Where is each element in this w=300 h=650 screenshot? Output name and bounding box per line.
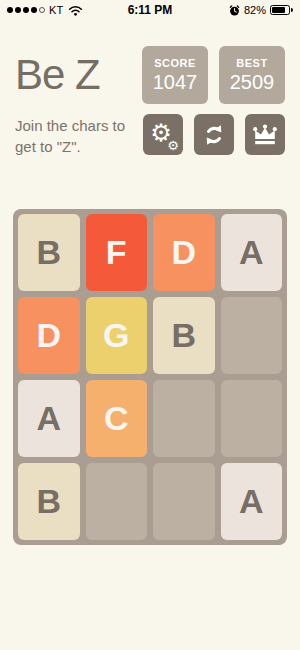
subtitle-line2: get to "Z". [15,138,81,155]
signal-dot [7,7,13,13]
restart-button[interactable] [194,114,234,155]
tile-C: C [86,380,148,457]
gear-small-icon: ⚙ [167,139,179,152]
leaderboard-button[interactable] [245,114,285,155]
tile-B: B [18,214,80,291]
tile-D: D [18,297,80,374]
carrier-label: KT [49,4,63,16]
battery-percent-label: 82% [244,4,266,16]
battery-icon [270,5,293,15]
tile-B: B [18,463,80,540]
tile-A: A [221,463,283,540]
crown-icon [252,124,278,146]
tile-A: A [18,380,80,457]
best-value: 2509 [230,71,275,94]
settings-button[interactable]: ⚙ ⚙ [143,114,183,155]
refresh-icon [202,123,226,147]
tile-empty [153,463,215,540]
page-title: Be Z [15,46,100,104]
score-value: 1047 [153,71,198,94]
subtitle-line1: Join the chars to [15,117,125,134]
clock-time: 6:11 PM [128,0,173,20]
best-label: BEST [236,57,267,69]
tile-empty [221,380,283,457]
signal-strength-icon [7,7,45,13]
battery-fill [272,7,285,13]
best-box: BEST 2509 [219,46,285,104]
signal-dot [23,7,29,13]
header: Be Z SCORE 1047 BEST 2509 Join the chars… [0,20,300,157]
signal-dot [31,7,37,13]
tile-A: A [221,214,283,291]
score-label: SCORE [154,57,196,69]
board[interactable]: BFDADGBACBA [13,209,287,545]
tile-empty [153,380,215,457]
status-bar: KT 6:11 PM 82% [0,0,300,20]
alarm-icon [229,5,240,16]
wifi-icon [68,5,83,16]
tile-B: B [153,297,215,374]
tile-G: G [86,297,148,374]
tile-F: F [86,214,148,291]
score-box: SCORE 1047 [142,46,208,104]
signal-dot [39,7,45,13]
game-subtitle: Join the chars to get to "Z". [15,114,125,157]
tile-D: D [153,214,215,291]
tile-empty [86,463,148,540]
signal-dot [15,7,21,13]
tile-empty [221,297,283,374]
